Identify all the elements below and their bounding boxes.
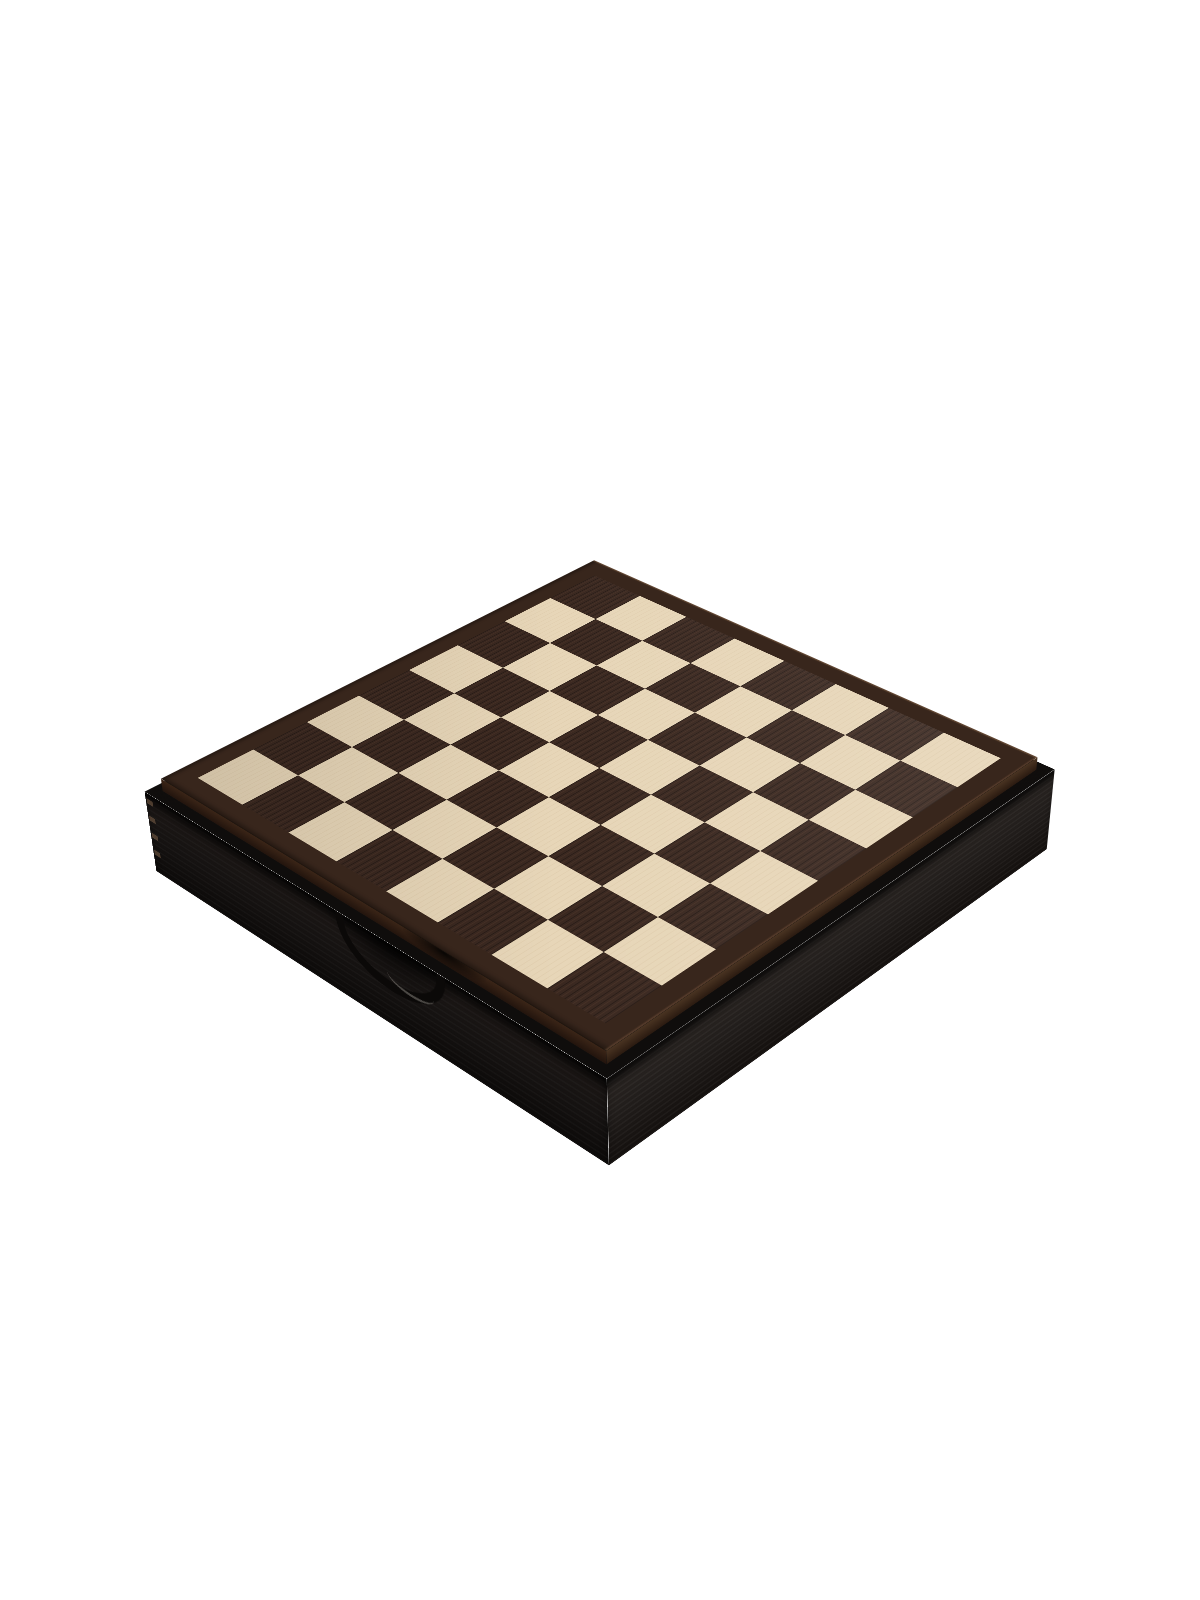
square-r6c2	[344, 773, 446, 830]
square-r3c7	[760, 820, 866, 881]
product-photo-stage	[0, 0, 1200, 1600]
square-r5c6	[602, 854, 710, 917]
square-r7c7	[547, 952, 661, 1023]
square-r4c4	[549, 768, 651, 825]
square-r6c7	[604, 917, 716, 986]
square-r2c6	[753, 763, 855, 820]
square-r4c5	[601, 795, 705, 854]
square-r7c2	[289, 802, 393, 861]
finger-joints	[146, 798, 162, 870]
square-r4c7	[710, 851, 818, 914]
square-r6c4	[442, 827, 548, 888]
square-r7c5	[438, 889, 548, 955]
square-r5c4	[497, 797, 601, 856]
square-r1c7	[855, 761, 957, 818]
board-lid-top	[161, 560, 1038, 1051]
square-r5c3	[447, 770, 549, 827]
square-r7c1	[242, 775, 344, 832]
square-r6c5	[494, 856, 602, 920]
square-r2c7	[809, 790, 913, 849]
square-r5c7	[658, 883, 768, 949]
square-r6c6	[548, 886, 658, 952]
square-r7c3	[336, 830, 442, 891]
camera-perspective	[0, 0, 1200, 1600]
square-r6c3	[393, 800, 497, 859]
square-r4c6	[654, 822, 760, 883]
square-r3c5	[651, 766, 753, 823]
square-r5c5	[548, 825, 654, 886]
square-r7c6	[492, 920, 604, 989]
square-r7c4	[386, 859, 494, 923]
square-r3c6	[705, 792, 809, 851]
